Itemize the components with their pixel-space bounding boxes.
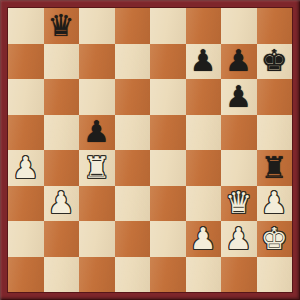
square-c4[interactable]: ♜ [79, 150, 115, 186]
square-c2[interactable] [79, 221, 115, 257]
white-pawn[interactable]: ♟ [261, 188, 288, 218]
square-f6[interactable] [186, 79, 222, 115]
square-g8[interactable] [221, 8, 257, 44]
square-b4[interactable] [44, 150, 80, 186]
square-g6[interactable]: ♟ [221, 79, 257, 115]
square-g7[interactable]: ♟ [221, 44, 257, 80]
square-a8[interactable] [8, 8, 44, 44]
square-a1[interactable] [8, 257, 44, 293]
square-g3[interactable]: ♛ [221, 186, 257, 222]
square-b3[interactable]: ♟ [44, 186, 80, 222]
square-d7[interactable] [115, 44, 151, 80]
square-d4[interactable] [115, 150, 151, 186]
square-b8[interactable]: ♛ [44, 8, 80, 44]
white-pawn[interactable]: ♟ [48, 188, 75, 218]
square-f2[interactable]: ♟ [186, 221, 222, 257]
white-pawn[interactable]: ♟ [190, 224, 217, 254]
square-d5[interactable] [115, 115, 151, 151]
square-h5[interactable] [257, 115, 293, 151]
white-king[interactable]: ♚ [261, 224, 288, 254]
square-c5[interactable]: ♟ [79, 115, 115, 151]
square-g4[interactable] [221, 150, 257, 186]
square-b7[interactable] [44, 44, 80, 80]
square-f3[interactable] [186, 186, 222, 222]
black-pawn[interactable]: ♟ [225, 82, 252, 112]
square-h2[interactable]: ♚ [257, 221, 293, 257]
square-c7[interactable] [79, 44, 115, 80]
black-pawn[interactable]: ♟ [83, 117, 110, 147]
square-f1[interactable] [186, 257, 222, 293]
square-g2[interactable]: ♟ [221, 221, 257, 257]
square-f4[interactable] [186, 150, 222, 186]
square-b6[interactable] [44, 79, 80, 115]
square-a7[interactable] [8, 44, 44, 80]
white-queen[interactable]: ♛ [225, 188, 252, 218]
square-d6[interactable] [115, 79, 151, 115]
square-e1[interactable] [150, 257, 186, 293]
square-g1[interactable] [221, 257, 257, 293]
square-c6[interactable] [79, 79, 115, 115]
black-queen[interactable]: ♛ [48, 11, 75, 41]
square-e5[interactable] [150, 115, 186, 151]
square-c1[interactable] [79, 257, 115, 293]
black-pawn[interactable]: ♟ [190, 46, 217, 76]
square-h1[interactable] [257, 257, 293, 293]
square-d8[interactable] [115, 8, 151, 44]
square-a3[interactable] [8, 186, 44, 222]
black-pawn[interactable]: ♟ [225, 46, 252, 76]
square-h4[interactable]: ♜ [257, 150, 293, 186]
square-d1[interactable] [115, 257, 151, 293]
black-rook[interactable]: ♜ [261, 153, 288, 183]
square-g5[interactable] [221, 115, 257, 151]
square-h6[interactable] [257, 79, 293, 115]
square-a2[interactable] [8, 221, 44, 257]
black-king[interactable]: ♚ [261, 46, 288, 76]
square-e8[interactable] [150, 8, 186, 44]
white-pawn[interactable]: ♟ [12, 153, 39, 183]
square-f7[interactable]: ♟ [186, 44, 222, 80]
square-a4[interactable]: ♟ [8, 150, 44, 186]
square-b1[interactable] [44, 257, 80, 293]
white-rook[interactable]: ♜ [83, 153, 110, 183]
square-h7[interactable]: ♚ [257, 44, 293, 80]
square-h8[interactable] [257, 8, 293, 44]
square-f8[interactable] [186, 8, 222, 44]
square-e6[interactable] [150, 79, 186, 115]
square-a6[interactable] [8, 79, 44, 115]
square-c3[interactable] [79, 186, 115, 222]
square-a5[interactable] [8, 115, 44, 151]
square-e7[interactable] [150, 44, 186, 80]
square-b5[interactable] [44, 115, 80, 151]
white-pawn[interactable]: ♟ [225, 224, 252, 254]
square-e2[interactable] [150, 221, 186, 257]
square-f5[interactable] [186, 115, 222, 151]
square-d3[interactable] [115, 186, 151, 222]
board-frame: ♛♟♟♚♟♟♟♜♜♟♛♟♟♟♚ [0, 0, 300, 300]
square-d2[interactable] [115, 221, 151, 257]
square-e4[interactable] [150, 150, 186, 186]
chess-board: ♛♟♟♚♟♟♟♜♜♟♛♟♟♟♚ [8, 8, 292, 292]
square-h3[interactable]: ♟ [257, 186, 293, 222]
square-b2[interactable] [44, 221, 80, 257]
square-c8[interactable] [79, 8, 115, 44]
square-e3[interactable] [150, 186, 186, 222]
